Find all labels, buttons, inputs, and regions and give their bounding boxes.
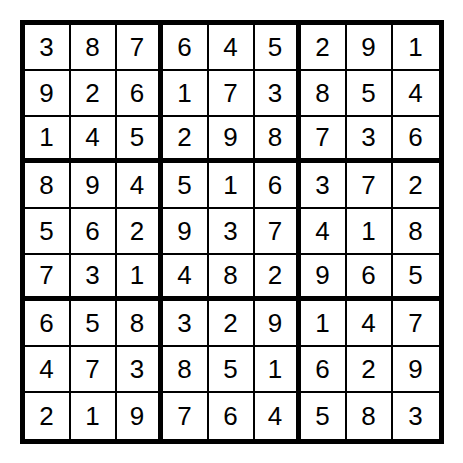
sudoku-cell-r1c1[interactable]: 3 xyxy=(25,25,71,71)
sudoku-cell-r3c4[interactable]: 2 xyxy=(163,117,209,163)
sudoku-board: 3876452919261738541452987368945163725629… xyxy=(20,20,444,444)
sudoku-cell-r8c9[interactable]: 9 xyxy=(393,347,439,393)
sudoku-cell-r3c8[interactable]: 3 xyxy=(347,117,393,163)
sudoku-cell-r2c9[interactable]: 4 xyxy=(393,71,439,117)
sudoku-cell-r2c5[interactable]: 7 xyxy=(209,71,255,117)
sudoku-cell-r4c1[interactable]: 8 xyxy=(25,163,71,209)
sudoku-cell-r8c3[interactable]: 3 xyxy=(117,347,163,393)
sudoku-cell-r1c4[interactable]: 6 xyxy=(163,25,209,71)
sudoku-cell-r2c1[interactable]: 9 xyxy=(25,71,71,117)
sudoku-cell-r8c7[interactable]: 6 xyxy=(301,347,347,393)
sudoku-cell-r9c5[interactable]: 6 xyxy=(209,393,255,439)
sudoku-cell-r8c4[interactable]: 8 xyxy=(163,347,209,393)
sudoku-cell-r1c2[interactable]: 8 xyxy=(71,25,117,71)
sudoku-cell-r9c8[interactable]: 8 xyxy=(347,393,393,439)
sudoku-cell-r4c6[interactable]: 6 xyxy=(255,163,301,209)
sudoku-cell-r1c5[interactable]: 4 xyxy=(209,25,255,71)
sudoku-cell-r5c7[interactable]: 4 xyxy=(301,209,347,255)
sudoku-cell-r5c1[interactable]: 5 xyxy=(25,209,71,255)
sudoku-cell-r3c2[interactable]: 4 xyxy=(71,117,117,163)
sudoku-cell-r2c2[interactable]: 2 xyxy=(71,71,117,117)
sudoku-cell-r7c5[interactable]: 2 xyxy=(209,301,255,347)
sudoku-cell-r9c1[interactable]: 2 xyxy=(25,393,71,439)
sudoku-cell-r7c6[interactable]: 9 xyxy=(255,301,301,347)
sudoku-cell-r6c3[interactable]: 1 xyxy=(117,255,163,301)
sudoku-cell-r4c3[interactable]: 4 xyxy=(117,163,163,209)
sudoku-cell-r1c6[interactable]: 5 xyxy=(255,25,301,71)
sudoku-cell-r4c4[interactable]: 5 xyxy=(163,163,209,209)
sudoku-cell-r9c7[interactable]: 5 xyxy=(301,393,347,439)
sudoku-cell-r5c2[interactable]: 6 xyxy=(71,209,117,255)
sudoku-cell-r4c8[interactable]: 7 xyxy=(347,163,393,209)
sudoku-cell-r8c8[interactable]: 2 xyxy=(347,347,393,393)
sudoku-cell-r6c6[interactable]: 2 xyxy=(255,255,301,301)
sudoku-cell-r6c7[interactable]: 9 xyxy=(301,255,347,301)
sudoku-cell-r1c3[interactable]: 7 xyxy=(117,25,163,71)
sudoku-cell-r2c3[interactable]: 6 xyxy=(117,71,163,117)
sudoku-cell-r5c4[interactable]: 9 xyxy=(163,209,209,255)
sudoku-cell-r6c8[interactable]: 6 xyxy=(347,255,393,301)
sudoku-cell-r3c5[interactable]: 9 xyxy=(209,117,255,163)
sudoku-cell-r8c5[interactable]: 5 xyxy=(209,347,255,393)
sudoku-cell-r5c3[interactable]: 2 xyxy=(117,209,163,255)
sudoku-cell-r4c9[interactable]: 2 xyxy=(393,163,439,209)
sudoku-cell-r6c5[interactable]: 8 xyxy=(209,255,255,301)
sudoku-cell-r7c9[interactable]: 7 xyxy=(393,301,439,347)
sudoku-cell-r4c2[interactable]: 9 xyxy=(71,163,117,209)
sudoku-cell-r9c6[interactable]: 4 xyxy=(255,393,301,439)
sudoku-cell-r8c2[interactable]: 7 xyxy=(71,347,117,393)
sudoku-cell-r5c9[interactable]: 8 xyxy=(393,209,439,255)
sudoku-cell-r9c9[interactable]: 3 xyxy=(393,393,439,439)
sudoku-cell-r6c1[interactable]: 7 xyxy=(25,255,71,301)
sudoku-cell-r1c8[interactable]: 9 xyxy=(347,25,393,71)
sudoku-cell-r1c9[interactable]: 1 xyxy=(393,25,439,71)
sudoku-cell-r6c9[interactable]: 5 xyxy=(393,255,439,301)
sudoku-cell-r3c6[interactable]: 8 xyxy=(255,117,301,163)
sudoku-cell-r4c7[interactable]: 3 xyxy=(301,163,347,209)
sudoku-cell-r6c2[interactable]: 3 xyxy=(71,255,117,301)
sudoku-cell-r7c8[interactable]: 4 xyxy=(347,301,393,347)
sudoku-cell-r3c1[interactable]: 1 xyxy=(25,117,71,163)
sudoku-cell-r7c4[interactable]: 3 xyxy=(163,301,209,347)
sudoku-cell-r2c7[interactable]: 8 xyxy=(301,71,347,117)
sudoku-cell-r8c6[interactable]: 1 xyxy=(255,347,301,393)
sudoku-cell-r3c7[interactable]: 7 xyxy=(301,117,347,163)
sudoku-cell-r4c5[interactable]: 1 xyxy=(209,163,255,209)
sudoku-cell-r2c8[interactable]: 5 xyxy=(347,71,393,117)
sudoku-cell-r8c1[interactable]: 4 xyxy=(25,347,71,393)
sudoku-cell-r3c3[interactable]: 5 xyxy=(117,117,163,163)
sudoku-cell-r5c8[interactable]: 1 xyxy=(347,209,393,255)
sudoku-cell-r7c1[interactable]: 6 xyxy=(25,301,71,347)
sudoku-cell-r7c7[interactable]: 1 xyxy=(301,301,347,347)
sudoku-cell-r9c3[interactable]: 9 xyxy=(117,393,163,439)
sudoku-cell-r1c7[interactable]: 2 xyxy=(301,25,347,71)
sudoku-cell-r5c6[interactable]: 7 xyxy=(255,209,301,255)
sudoku-cell-r5c5[interactable]: 3 xyxy=(209,209,255,255)
sudoku-cell-r2c4[interactable]: 1 xyxy=(163,71,209,117)
sudoku-cell-r3c9[interactable]: 6 xyxy=(393,117,439,163)
sudoku-cell-r2c6[interactable]: 3 xyxy=(255,71,301,117)
sudoku-cell-r9c2[interactable]: 1 xyxy=(71,393,117,439)
sudoku-cell-r7c3[interactable]: 8 xyxy=(117,301,163,347)
sudoku-cell-r7c2[interactable]: 5 xyxy=(71,301,117,347)
sudoku-cell-r9c4[interactable]: 7 xyxy=(163,393,209,439)
sudoku-cell-r6c4[interactable]: 4 xyxy=(163,255,209,301)
